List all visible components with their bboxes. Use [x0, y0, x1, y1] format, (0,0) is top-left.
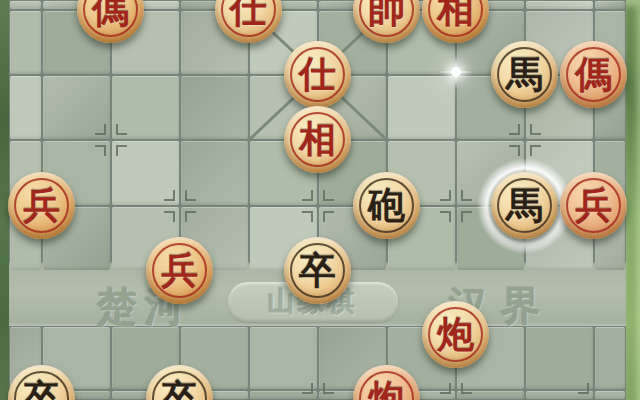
piece-character: 仕	[230, 0, 267, 28]
board-tile	[595, 391, 625, 399]
piece-red-advisor[interactable]: 仕	[284, 41, 351, 108]
piece-character: 兵	[575, 187, 612, 224]
board-tile	[526, 1, 593, 9]
point-marker	[164, 190, 175, 201]
point-marker	[95, 124, 106, 135]
piece-character: 傌	[92, 0, 129, 28]
point-marker	[116, 124, 127, 135]
point-marker	[440, 383, 451, 394]
point-marker	[461, 190, 472, 201]
point-marker	[302, 211, 313, 222]
point-marker	[440, 190, 451, 201]
piece-character: 相	[437, 0, 474, 28]
point-marker	[530, 124, 541, 135]
piece-character: 相	[299, 121, 336, 158]
point-marker	[185, 211, 196, 222]
point-marker	[302, 190, 313, 201]
point-marker	[461, 211, 472, 222]
move-hint-sparkle[interactable]	[439, 55, 473, 89]
board-tile	[526, 327, 593, 389]
piece-character: 兵	[161, 252, 198, 289]
piece-character: 帥	[368, 0, 405, 28]
board-tile	[10, 1, 41, 9]
point-marker	[509, 145, 520, 156]
board-tile	[595, 327, 625, 389]
point-marker	[116, 145, 127, 156]
piece-black-horse[interactable]: 馬	[491, 41, 558, 108]
background-right-strip	[626, 0, 640, 400]
point-marker	[323, 211, 334, 222]
piece-red-cannon[interactable]: 炮	[422, 301, 489, 368]
piece-red-soldier[interactable]: 兵	[560, 172, 627, 239]
piece-character: 卒	[23, 380, 60, 400]
piece-character: 馬	[506, 56, 543, 93]
piece-character: 炮	[368, 380, 405, 400]
point-marker	[509, 124, 520, 135]
piece-red-horse[interactable]: 傌	[560, 41, 627, 108]
board-tile	[250, 327, 317, 389]
point-marker	[185, 190, 196, 201]
piece-character: 炮	[437, 316, 474, 353]
board-tile	[181, 76, 248, 139]
piece-black-cannon[interactable]: 砲	[353, 172, 420, 239]
point-marker	[164, 211, 175, 222]
piece-character: 仕	[299, 56, 336, 93]
board-tile	[10, 76, 41, 139]
xiangqi-game-screen: 楚河 汉界 山缘棋 傌仕帥相仕馬傌相兵砲馬兵兵卒炮卒卒炮	[0, 0, 640, 400]
point-marker	[461, 383, 472, 394]
sparkle-core	[451, 67, 461, 77]
point-marker	[440, 211, 451, 222]
piece-red-soldier[interactable]: 兵	[8, 172, 75, 239]
piece-character: 傌	[575, 56, 612, 93]
piece-character: 馬	[506, 187, 543, 224]
piece-character: 卒	[299, 252, 336, 289]
piece-character: 兵	[23, 187, 60, 224]
piece-character: 砲	[368, 187, 405, 224]
piece-red-soldier[interactable]: 兵	[146, 237, 213, 304]
point-marker	[530, 145, 541, 156]
board-tile	[10, 11, 41, 74]
piece-black-horse[interactable]: 馬	[491, 172, 558, 239]
piece-character: 卒	[161, 380, 198, 400]
point-marker	[95, 145, 106, 156]
point-marker	[578, 383, 589, 394]
point-marker	[302, 383, 313, 394]
board-tile	[595, 1, 625, 9]
point-marker	[323, 190, 334, 201]
piece-black-soldier[interactable]: 卒	[284, 237, 351, 304]
point-marker	[323, 383, 334, 394]
piece-red-elephant[interactable]: 相	[284, 106, 351, 173]
